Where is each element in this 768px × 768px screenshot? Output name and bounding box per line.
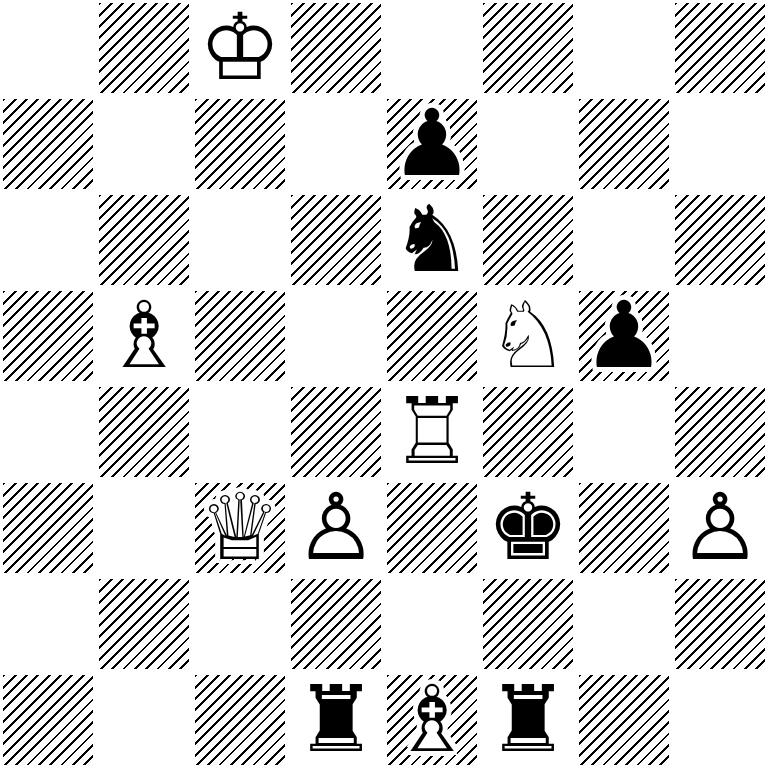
square-d8[interactable] xyxy=(288,0,384,96)
square-e5[interactable] xyxy=(384,288,480,384)
piece-white-queen-c3[interactable]: ♛♕ xyxy=(192,480,288,576)
white-knight-icon: ♘ xyxy=(480,288,576,384)
piece-black-rook-f1[interactable]: ♜♜ xyxy=(480,672,576,768)
square-e2[interactable] xyxy=(384,576,480,672)
white-bishop-icon: ♗ xyxy=(96,288,192,384)
piece-white-bishop-e1[interactable]: ♝♗ xyxy=(384,672,480,768)
square-e7[interactable]: ♟♟ xyxy=(384,96,480,192)
white-bishop-icon: ♗ xyxy=(384,672,480,768)
square-f7[interactable] xyxy=(480,96,576,192)
square-d3[interactable]: ♟♙ xyxy=(288,480,384,576)
black-knight-icon: ♞ xyxy=(384,192,480,288)
square-a6[interactable] xyxy=(0,192,96,288)
piece-white-knight-f5[interactable]: ♞♘ xyxy=(480,288,576,384)
square-c6[interactable] xyxy=(192,192,288,288)
piece-black-king-f3[interactable]: ♚♚ xyxy=(480,480,576,576)
square-c5[interactable] xyxy=(192,288,288,384)
square-d5[interactable] xyxy=(288,288,384,384)
square-g3[interactable] xyxy=(576,480,672,576)
square-b6[interactable] xyxy=(96,192,192,288)
square-h6[interactable] xyxy=(672,192,768,288)
square-g5[interactable]: ♟♟ xyxy=(576,288,672,384)
square-c4[interactable] xyxy=(192,384,288,480)
chess-board: ♚♔♟♟♞♞♝♗♞♘♟♟♜♖♛♕♟♙♚♚♟♙♜♜♝♗♜♜ xyxy=(0,0,768,768)
square-b1[interactable] xyxy=(96,672,192,768)
square-f6[interactable] xyxy=(480,192,576,288)
white-pawn-icon: ♙ xyxy=(288,480,384,576)
square-a3[interactable] xyxy=(0,480,96,576)
square-g2[interactable] xyxy=(576,576,672,672)
square-h3[interactable]: ♟♙ xyxy=(672,480,768,576)
square-e1[interactable]: ♝♗ xyxy=(384,672,480,768)
square-b5[interactable]: ♝♗ xyxy=(96,288,192,384)
square-f8[interactable] xyxy=(480,0,576,96)
square-g4[interactable] xyxy=(576,384,672,480)
square-e6[interactable]: ♞♞ xyxy=(384,192,480,288)
piece-black-knight-e6[interactable]: ♞♞ xyxy=(384,192,480,288)
piece-white-pawn-d3[interactable]: ♟♙ xyxy=(288,480,384,576)
square-d6[interactable] xyxy=(288,192,384,288)
square-d7[interactable] xyxy=(288,96,384,192)
square-g6[interactable] xyxy=(576,192,672,288)
square-c3[interactable]: ♛♕ xyxy=(192,480,288,576)
piece-white-pawn-h3[interactable]: ♟♙ xyxy=(672,480,768,576)
piece-white-king-c8[interactable]: ♚♔ xyxy=(192,0,288,96)
white-queen-icon: ♕ xyxy=(192,480,288,576)
square-a2[interactable] xyxy=(0,576,96,672)
square-g1[interactable] xyxy=(576,672,672,768)
square-h7[interactable] xyxy=(672,96,768,192)
piece-white-rook-e4[interactable]: ♜♖ xyxy=(384,384,480,480)
square-b4[interactable] xyxy=(96,384,192,480)
square-f3[interactable]: ♚♚ xyxy=(480,480,576,576)
square-c1[interactable] xyxy=(192,672,288,768)
square-h4[interactable] xyxy=(672,384,768,480)
square-b7[interactable] xyxy=(96,96,192,192)
square-b8[interactable] xyxy=(96,0,192,96)
square-d2[interactable] xyxy=(288,576,384,672)
square-h2[interactable] xyxy=(672,576,768,672)
square-a7[interactable] xyxy=(0,96,96,192)
square-a4[interactable] xyxy=(0,384,96,480)
black-rook-icon: ♜ xyxy=(288,672,384,768)
piece-black-rook-d1[interactable]: ♜♜ xyxy=(288,672,384,768)
square-g8[interactable] xyxy=(576,0,672,96)
black-rook-icon: ♜ xyxy=(480,672,576,768)
square-a8[interactable] xyxy=(0,0,96,96)
piece-black-pawn-g5[interactable]: ♟♟ xyxy=(576,288,672,384)
square-c8[interactable]: ♚♔ xyxy=(192,0,288,96)
square-h1[interactable] xyxy=(672,672,768,768)
square-f2[interactable] xyxy=(480,576,576,672)
square-d4[interactable] xyxy=(288,384,384,480)
white-rook-icon: ♖ xyxy=(384,384,480,480)
square-e8[interactable] xyxy=(384,0,480,96)
square-c7[interactable] xyxy=(192,96,288,192)
square-b2[interactable] xyxy=(96,576,192,672)
piece-black-pawn-e7[interactable]: ♟♟ xyxy=(384,96,480,192)
white-pawn-icon: ♙ xyxy=(672,480,768,576)
square-b3[interactable] xyxy=(96,480,192,576)
white-king-icon: ♔ xyxy=(192,0,288,96)
square-a5[interactable] xyxy=(0,288,96,384)
square-h5[interactable] xyxy=(672,288,768,384)
black-king-icon: ♚ xyxy=(480,480,576,576)
square-e4[interactable]: ♜♖ xyxy=(384,384,480,480)
square-e3[interactable] xyxy=(384,480,480,576)
square-f5[interactable]: ♞♘ xyxy=(480,288,576,384)
black-pawn-icon: ♟ xyxy=(384,96,480,192)
square-h8[interactable] xyxy=(672,0,768,96)
piece-white-bishop-b5[interactable]: ♝♗ xyxy=(96,288,192,384)
square-f1[interactable]: ♜♜ xyxy=(480,672,576,768)
black-pawn-icon: ♟ xyxy=(576,288,672,384)
square-g7[interactable] xyxy=(576,96,672,192)
square-c2[interactable] xyxy=(192,576,288,672)
square-f4[interactable] xyxy=(480,384,576,480)
square-d1[interactable]: ♜♜ xyxy=(288,672,384,768)
square-a1[interactable] xyxy=(0,672,96,768)
